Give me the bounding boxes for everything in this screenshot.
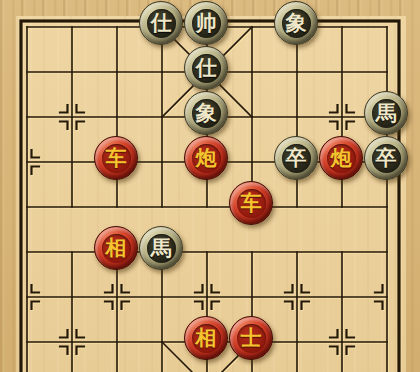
piece-green-elephant-2[interactable]: 象: [184, 91, 228, 135]
green-piece-character: 帅: [192, 9, 221, 38]
piece-green-advisor-1[interactable]: 仕: [139, 1, 183, 45]
piece-red-advisor[interactable]: 士: [229, 316, 273, 360]
xiangqi-board: 仕帅象仕象馬车炮卒炮卒车相馬相士: [0, 0, 420, 372]
piece-red-elephant-1[interactable]: 相: [94, 226, 138, 270]
red-piece-character: 士: [237, 324, 266, 353]
piece-green-horse-1[interactable]: 馬: [364, 91, 408, 135]
piece-green-soldier-1[interactable]: 卒: [274, 136, 318, 180]
pieces-layer: 仕帅象仕象馬车炮卒炮卒车相馬相士: [5, 5, 410, 365]
green-piece-character: 馬: [372, 99, 401, 128]
piece-red-elephant-2[interactable]: 相: [184, 316, 228, 360]
red-piece-character: 相: [102, 234, 131, 263]
green-piece-character: 仕: [192, 54, 221, 83]
green-piece-character: 馬: [147, 234, 176, 263]
red-piece-character: 相: [192, 324, 221, 353]
piece-green-advisor-2[interactable]: 仕: [184, 46, 228, 90]
red-piece-character: 车: [102, 144, 131, 173]
red-piece-character: 炮: [192, 144, 221, 173]
green-piece-character: 卒: [282, 144, 311, 173]
green-piece-character: 卒: [372, 144, 401, 173]
piece-red-chariot-1[interactable]: 车: [94, 136, 138, 180]
red-piece-character: 炮: [327, 144, 356, 173]
piece-green-soldier-2[interactable]: 卒: [364, 136, 408, 180]
green-piece-character: 象: [282, 9, 311, 38]
piece-green-elephant-1[interactable]: 象: [274, 1, 318, 45]
piece-red-cannon-2[interactable]: 炮: [319, 136, 363, 180]
green-piece-character: 象: [192, 99, 221, 128]
red-piece-character: 车: [237, 189, 266, 218]
piece-green-horse-2[interactable]: 馬: [139, 226, 183, 270]
green-piece-character: 仕: [147, 9, 176, 38]
piece-red-chariot-2[interactable]: 车: [229, 181, 273, 225]
piece-red-cannon-1[interactable]: 炮: [184, 136, 228, 180]
piece-green-general[interactable]: 帅: [184, 1, 228, 45]
